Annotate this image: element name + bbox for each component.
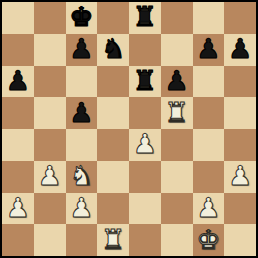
square-d6[interactable] xyxy=(97,66,129,98)
piece-black-pawn[interactable]: ♟ xyxy=(69,35,93,62)
square-g2[interactable]: ♟ xyxy=(193,193,225,225)
square-e8[interactable]: ♜ xyxy=(129,2,161,34)
square-f6[interactable]: ♟ xyxy=(161,66,193,98)
piece-white-pawn[interactable]: ♟ xyxy=(133,130,157,157)
square-c5[interactable]: ♟ xyxy=(66,97,98,129)
square-b6[interactable] xyxy=(34,66,66,98)
square-e2[interactable] xyxy=(129,193,161,225)
square-b4[interactable] xyxy=(34,129,66,161)
square-h6[interactable] xyxy=(224,66,256,98)
square-f2[interactable] xyxy=(161,193,193,225)
square-c2[interactable]: ♟ xyxy=(66,193,98,225)
square-c7[interactable]: ♟ xyxy=(66,34,98,66)
square-g5[interactable] xyxy=(193,97,225,129)
piece-black-pawn[interactable]: ♟ xyxy=(228,35,252,62)
square-h3[interactable]: ♟ xyxy=(224,161,256,193)
square-a1[interactable] xyxy=(2,224,34,256)
square-b1[interactable] xyxy=(34,224,66,256)
square-a3[interactable] xyxy=(2,161,34,193)
square-d7[interactable]: ♞ xyxy=(97,34,129,66)
piece-white-pawn[interactable]: ♟ xyxy=(38,162,62,189)
square-b7[interactable] xyxy=(34,34,66,66)
piece-black-king[interactable]: ♚ xyxy=(69,3,93,30)
piece-black-pawn[interactable]: ♟ xyxy=(196,35,220,62)
square-c1[interactable] xyxy=(66,224,98,256)
square-g7[interactable]: ♟ xyxy=(193,34,225,66)
square-b2[interactable] xyxy=(34,193,66,225)
square-e3[interactable] xyxy=(129,161,161,193)
square-e4[interactable]: ♟ xyxy=(129,129,161,161)
piece-black-pawn[interactable]: ♟ xyxy=(165,67,189,94)
piece-white-pawn[interactable]: ♟ xyxy=(69,194,93,221)
square-f5[interactable]: ♜ xyxy=(161,97,193,129)
square-f3[interactable] xyxy=(161,161,193,193)
square-g6[interactable] xyxy=(193,66,225,98)
square-h8[interactable] xyxy=(224,2,256,34)
square-c3[interactable]: ♞ xyxy=(66,161,98,193)
square-g3[interactable] xyxy=(193,161,225,193)
square-f4[interactable] xyxy=(161,129,193,161)
square-a6[interactable]: ♟ xyxy=(2,66,34,98)
square-b8[interactable] xyxy=(34,2,66,34)
square-a5[interactable] xyxy=(2,97,34,129)
square-f1[interactable] xyxy=(161,224,193,256)
square-f8[interactable] xyxy=(161,2,193,34)
square-c4[interactable] xyxy=(66,129,98,161)
square-a7[interactable] xyxy=(2,34,34,66)
square-e7[interactable] xyxy=(129,34,161,66)
square-f7[interactable] xyxy=(161,34,193,66)
square-d3[interactable] xyxy=(97,161,129,193)
square-h5[interactable] xyxy=(224,97,256,129)
square-e1[interactable] xyxy=(129,224,161,256)
piece-black-knight[interactable]: ♞ xyxy=(101,35,125,62)
piece-black-rook[interactable]: ♜ xyxy=(133,67,157,94)
square-a4[interactable] xyxy=(2,129,34,161)
square-c6[interactable] xyxy=(66,66,98,98)
square-e5[interactable] xyxy=(129,97,161,129)
square-d4[interactable] xyxy=(97,129,129,161)
piece-white-king[interactable]: ♚ xyxy=(196,226,220,253)
square-d2[interactable] xyxy=(97,193,129,225)
square-h2[interactable] xyxy=(224,193,256,225)
piece-white-pawn[interactable]: ♟ xyxy=(196,194,220,221)
piece-black-rook[interactable]: ♜ xyxy=(133,3,157,30)
square-d5[interactable] xyxy=(97,97,129,129)
square-h4[interactable] xyxy=(224,129,256,161)
square-h1[interactable] xyxy=(224,224,256,256)
square-d8[interactable] xyxy=(97,2,129,34)
square-g1[interactable]: ♚ xyxy=(193,224,225,256)
square-g8[interactable] xyxy=(193,2,225,34)
square-a8[interactable] xyxy=(2,2,34,34)
square-e6[interactable]: ♜ xyxy=(129,66,161,98)
piece-white-rook[interactable]: ♜ xyxy=(101,226,125,253)
piece-black-pawn[interactable]: ♟ xyxy=(69,99,93,126)
square-g4[interactable] xyxy=(193,129,225,161)
piece-white-rook[interactable]: ♜ xyxy=(165,99,189,126)
chess-board-frame: ♚♜♟♞♟♟♟♜♟♟♜♟♟♞♟♟♟♟♜♚ xyxy=(0,0,258,258)
square-b3[interactable]: ♟ xyxy=(34,161,66,193)
square-c8[interactable]: ♚ xyxy=(66,2,98,34)
square-d1[interactable]: ♜ xyxy=(97,224,129,256)
piece-white-knight[interactable]: ♞ xyxy=(69,162,93,189)
piece-black-pawn[interactable]: ♟ xyxy=(6,67,30,94)
piece-white-pawn[interactable]: ♟ xyxy=(6,194,30,221)
chess-board: ♚♜♟♞♟♟♟♜♟♟♜♟♟♞♟♟♟♟♜♚ xyxy=(2,2,256,256)
square-h7[interactable]: ♟ xyxy=(224,34,256,66)
square-b5[interactable] xyxy=(34,97,66,129)
square-a2[interactable]: ♟ xyxy=(2,193,34,225)
piece-white-pawn[interactable]: ♟ xyxy=(228,162,252,189)
